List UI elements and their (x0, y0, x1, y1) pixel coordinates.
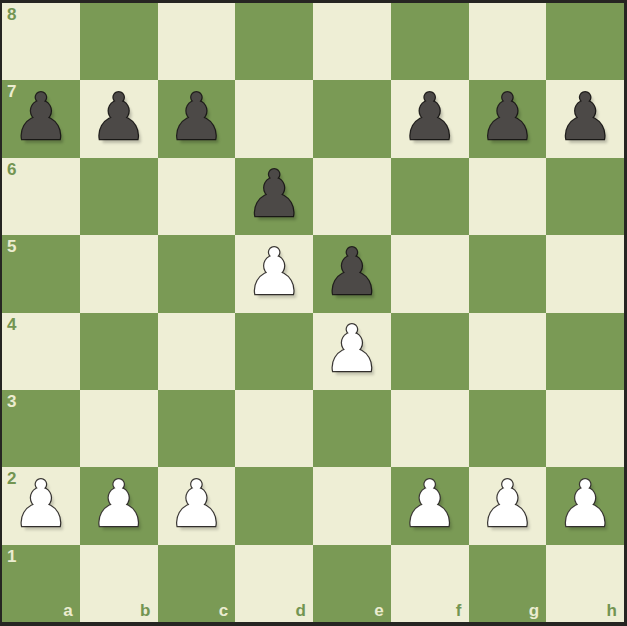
square-e4[interactable]: ♟ (313, 313, 391, 390)
square-h8[interactable] (546, 3, 624, 80)
file-label-e: e (374, 602, 383, 619)
file-label-f: f (456, 602, 462, 619)
white-pawn-d5[interactable]: ♟ (245, 240, 302, 304)
square-g6[interactable] (469, 158, 547, 235)
square-f5[interactable] (391, 235, 469, 312)
rank-label-4: 4 (7, 316, 16, 333)
square-d4[interactable] (235, 313, 313, 390)
white-pawn-f2[interactable]: ♟ (401, 472, 458, 536)
square-e8[interactable] (313, 3, 391, 80)
square-d7[interactable] (235, 80, 313, 157)
black-pawn-a7[interactable]: ♟ (12, 85, 69, 149)
square-a7[interactable]: 7♟ (2, 80, 80, 157)
square-a5[interactable]: 5 (2, 235, 80, 312)
black-pawn-c7[interactable]: ♟ (168, 85, 225, 149)
file-label-a: a (63, 602, 72, 619)
file-label-g: g (529, 602, 539, 619)
square-f4[interactable] (391, 313, 469, 390)
square-d3[interactable] (235, 390, 313, 467)
square-e2[interactable] (313, 467, 391, 544)
square-g4[interactable] (469, 313, 547, 390)
square-b7[interactable]: ♟ (80, 80, 158, 157)
white-pawn-e4[interactable]: ♟ (323, 317, 380, 381)
square-a8[interactable]: 8 (2, 3, 80, 80)
square-f8[interactable] (391, 3, 469, 80)
file-label-b: b (140, 602, 150, 619)
file-label-h: h (607, 602, 617, 619)
square-c6[interactable] (158, 158, 236, 235)
square-c8[interactable] (158, 3, 236, 80)
square-b5[interactable] (80, 235, 158, 312)
white-pawn-a2[interactable]: ♟ (12, 472, 69, 536)
square-b8[interactable] (80, 3, 158, 80)
square-d5[interactable]: ♟ (235, 235, 313, 312)
square-f7[interactable]: ♟ (391, 80, 469, 157)
square-g1[interactable]: g (469, 545, 547, 622)
rank-label-5: 5 (7, 238, 16, 255)
square-e1[interactable]: e (313, 545, 391, 622)
white-pawn-h2[interactable]: ♟ (556, 472, 613, 536)
square-c1[interactable]: c (158, 545, 236, 622)
square-b4[interactable] (80, 313, 158, 390)
board-frame: 87♟♟♟♟♟♟6♟5♟♟4♟32♟♟♟♟♟♟1abcdefgh (0, 0, 627, 626)
rank-label-8: 8 (7, 6, 16, 23)
square-e7[interactable] (313, 80, 391, 157)
black-pawn-b7[interactable]: ♟ (90, 85, 147, 149)
square-h4[interactable] (546, 313, 624, 390)
square-h7[interactable]: ♟ (546, 80, 624, 157)
square-e5[interactable]: ♟ (313, 235, 391, 312)
square-e3[interactable] (313, 390, 391, 467)
square-f1[interactable]: f (391, 545, 469, 622)
square-g2[interactable]: ♟ (469, 467, 547, 544)
black-pawn-f7[interactable]: ♟ (401, 85, 458, 149)
square-b2[interactable]: ♟ (80, 467, 158, 544)
square-c7[interactable]: ♟ (158, 80, 236, 157)
square-h1[interactable]: h (546, 545, 624, 622)
file-label-d: d (296, 602, 306, 619)
square-e6[interactable] (313, 158, 391, 235)
black-pawn-h7[interactable]: ♟ (556, 85, 613, 149)
square-c5[interactable] (158, 235, 236, 312)
square-d8[interactable] (235, 3, 313, 80)
square-d2[interactable] (235, 467, 313, 544)
black-pawn-e5[interactable]: ♟ (323, 240, 380, 304)
square-h2[interactable]: ♟ (546, 467, 624, 544)
square-b6[interactable] (80, 158, 158, 235)
black-pawn-d6[interactable]: ♟ (245, 162, 302, 226)
square-f6[interactable] (391, 158, 469, 235)
square-g3[interactable] (469, 390, 547, 467)
black-pawn-g7[interactable]: ♟ (479, 85, 536, 149)
square-d1[interactable]: d (235, 545, 313, 622)
square-c3[interactable] (158, 390, 236, 467)
square-b1[interactable]: b (80, 545, 158, 622)
square-c2[interactable]: ♟ (158, 467, 236, 544)
white-pawn-g2[interactable]: ♟ (479, 472, 536, 536)
rank-label-1: 1 (7, 548, 16, 565)
square-b3[interactable] (80, 390, 158, 467)
square-f2[interactable]: ♟ (391, 467, 469, 544)
white-pawn-c2[interactable]: ♟ (168, 472, 225, 536)
square-f3[interactable] (391, 390, 469, 467)
square-h6[interactable] (546, 158, 624, 235)
square-h5[interactable] (546, 235, 624, 312)
square-h3[interactable] (546, 390, 624, 467)
square-g5[interactable] (469, 235, 547, 312)
square-a1[interactable]: 1a (2, 545, 80, 622)
rank-label-3: 3 (7, 393, 16, 410)
square-a6[interactable]: 6 (2, 158, 80, 235)
square-a4[interactable]: 4 (2, 313, 80, 390)
file-label-c: c (219, 602, 228, 619)
square-d6[interactable]: ♟ (235, 158, 313, 235)
square-a2[interactable]: 2♟ (2, 467, 80, 544)
chess-board: 87♟♟♟♟♟♟6♟5♟♟4♟32♟♟♟♟♟♟1abcdefgh (2, 3, 624, 622)
white-pawn-b2[interactable]: ♟ (90, 472, 147, 536)
square-g7[interactable]: ♟ (469, 80, 547, 157)
square-a3[interactable]: 3 (2, 390, 80, 467)
square-c4[interactable] (158, 313, 236, 390)
square-g8[interactable] (469, 3, 547, 80)
rank-label-6: 6 (7, 161, 16, 178)
